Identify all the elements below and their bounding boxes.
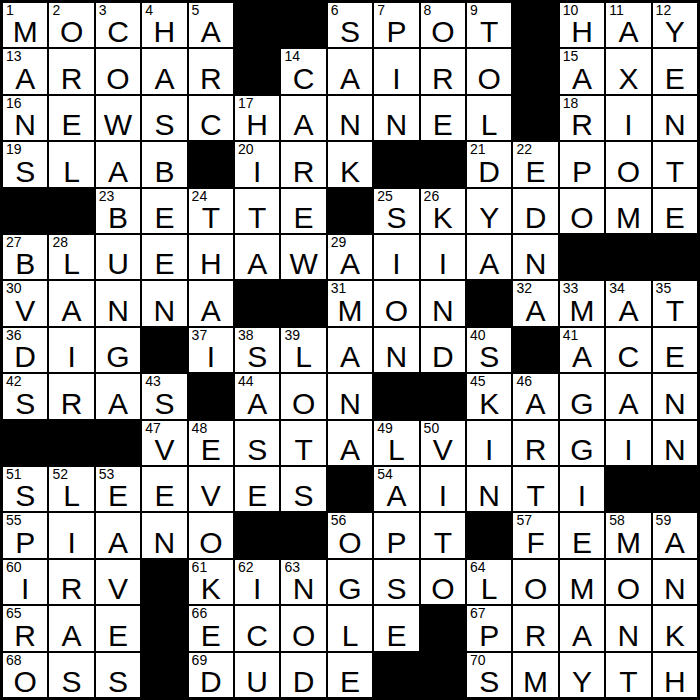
- letter-cell-r3c6[interactable]: 17H: [235, 96, 279, 140]
- letter-cell-r4c1[interactable]: 19S: [3, 142, 47, 186]
- letter-cell-r11c2[interactable]: 52L: [49, 467, 93, 511]
- cell-letter: T: [235, 203, 279, 233]
- block-cell-r7c7: [281, 281, 325, 325]
- cell-letter: A: [235, 389, 279, 419]
- block-cell-r9c5: [189, 374, 233, 418]
- cell-letter: O: [421, 574, 465, 604]
- letter-cell-r7c15[interactable]: 35T: [653, 281, 697, 325]
- letter-cell-r14c7[interactable]: O: [281, 606, 325, 650]
- cell-letter: L: [49, 157, 93, 187]
- clue-number: 7: [377, 3, 385, 18]
- letter-cell-r3c14[interactable]: I: [606, 96, 650, 140]
- letter-cell-r11c13[interactable]: I: [560, 467, 604, 511]
- letter-cell-r12c15[interactable]: 59A: [653, 513, 697, 557]
- letter-cell-r8c10[interactable]: D: [421, 328, 465, 372]
- letter-cell-r4c3[interactable]: A: [96, 142, 140, 186]
- cell-letter: O: [560, 203, 604, 233]
- letter-cell-r5c13[interactable]: O: [560, 189, 604, 233]
- letter-cell-r2c15[interactable]: E: [653, 49, 697, 93]
- cell-letter: N: [281, 574, 325, 604]
- letter-cell-r14c9[interactable]: E: [374, 606, 418, 650]
- cell-letter: A: [96, 528, 140, 558]
- letter-cell-r6c6[interactable]: A: [235, 235, 279, 279]
- letter-cell-r1c5[interactable]: 5A: [189, 3, 233, 47]
- letter-cell-r13c14[interactable]: O: [606, 560, 650, 604]
- letter-cell-r13c8[interactable]: G: [328, 560, 372, 604]
- letter-cell-r13c2[interactable]: R: [49, 560, 93, 604]
- letter-cell-r10c15[interactable]: N: [653, 421, 697, 465]
- cell-letter: M: [560, 296, 604, 326]
- cell-letter: D: [3, 342, 47, 372]
- letter-cell-r14c15[interactable]: K: [653, 606, 697, 650]
- cell-letter: S: [281, 481, 325, 511]
- cell-letter: L: [328, 621, 372, 651]
- cell-letter: S: [3, 481, 47, 511]
- letter-cell-r3c5[interactable]: C: [189, 96, 233, 140]
- letter-cell-r3c13[interactable]: 18R: [560, 96, 604, 140]
- letter-cell-r1c15[interactable]: 12Y: [653, 3, 697, 47]
- cell-letter: E: [96, 481, 140, 511]
- cell-letter: P: [374, 528, 418, 558]
- cell-letter: D: [189, 667, 233, 697]
- letter-cell-r11c11[interactable]: N: [467, 467, 511, 511]
- letter-cell-r6c2[interactable]: 28L: [49, 235, 93, 279]
- letter-cell-r15c1[interactable]: 68O: [3, 653, 47, 697]
- cell-letter: N: [374, 110, 418, 140]
- letter-cell-r7c14[interactable]: 34A: [606, 281, 650, 325]
- cell-letter: L: [281, 342, 325, 372]
- letter-cell-r3c1[interactable]: 16N: [3, 96, 47, 140]
- letter-cell-r4c6[interactable]: 20I: [235, 142, 279, 186]
- letter-cell-r1c1[interactable]: 1M: [3, 3, 47, 47]
- letter-cell-r14c11[interactable]: 67P: [467, 606, 511, 650]
- letter-cell-r9c12[interactable]: 46A: [513, 374, 557, 418]
- letter-cell-r8c1[interactable]: 36D: [3, 328, 47, 372]
- cell-letter: T: [513, 481, 557, 511]
- letter-cell-r8c3[interactable]: G: [96, 328, 140, 372]
- cell-letter: N: [653, 110, 697, 140]
- cell-letter: E: [374, 621, 418, 651]
- letter-cell-r9c13[interactable]: G: [560, 374, 604, 418]
- letter-cell-r2c10[interactable]: R: [421, 49, 465, 93]
- cell-letter: T: [467, 17, 511, 47]
- letter-cell-r13c5[interactable]: 61K: [189, 560, 233, 604]
- letter-cell-r6c8[interactable]: 29A: [328, 235, 372, 279]
- cell-letter: N: [513, 249, 557, 279]
- letter-cell-r10c9[interactable]: 49L: [374, 421, 418, 465]
- cell-letter: E: [653, 64, 697, 94]
- letter-cell-r12c8[interactable]: 56O: [328, 513, 372, 557]
- cell-letter: O: [49, 17, 93, 47]
- letter-cell-r14c1[interactable]: 65R: [3, 606, 47, 650]
- letter-cell-r5c12[interactable]: D: [513, 189, 557, 233]
- block-cell-r10c3: [96, 421, 140, 465]
- letter-cell-r1c9[interactable]: 7P: [374, 3, 418, 47]
- block-cell-r3c12: [513, 96, 557, 140]
- letter-cell-r11c6[interactable]: E: [235, 467, 279, 511]
- letter-cell-r14c8[interactable]: L: [328, 606, 372, 650]
- letter-cell-r2c5[interactable]: R: [189, 49, 233, 93]
- letter-cell-r11c12[interactable]: T: [513, 467, 557, 511]
- cell-letter: E: [96, 621, 140, 651]
- cell-letter: I: [235, 157, 279, 187]
- cell-letter: D: [421, 342, 465, 372]
- letter-cell-r8c8[interactable]: A: [328, 328, 372, 372]
- letter-cell-r10c6[interactable]: S: [235, 421, 279, 465]
- letter-cell-r7c9[interactable]: O: [374, 281, 418, 325]
- cell-letter: V: [189, 481, 233, 511]
- letter-cell-r7c12[interactable]: 32A: [513, 281, 557, 325]
- letter-cell-r2c7[interactable]: 14C: [281, 49, 325, 93]
- cell-letter: E: [189, 621, 233, 651]
- cell-letter: G: [560, 389, 604, 419]
- letter-cell-r3c10[interactable]: E: [421, 96, 465, 140]
- block-cell-r8c4: [142, 328, 186, 372]
- cell-letter: S: [96, 667, 140, 697]
- letter-cell-r5c10[interactable]: 26K: [421, 189, 465, 233]
- letter-cell-r12c9[interactable]: P: [374, 513, 418, 557]
- letter-cell-r2c1[interactable]: 13A: [3, 49, 47, 93]
- letter-cell-r9c6[interactable]: 44A: [235, 374, 279, 418]
- cell-letter: I: [189, 342, 233, 372]
- letter-cell-r4c11[interactable]: 21D: [467, 142, 511, 186]
- clue-number: 60: [6, 560, 22, 575]
- cell-letter: S: [467, 342, 511, 372]
- cell-letter: A: [235, 249, 279, 279]
- letter-cell-r15c5[interactable]: 69D: [189, 653, 233, 697]
- cell-letter: O: [281, 389, 325, 419]
- letter-cell-r14c3[interactable]: E: [96, 606, 140, 650]
- letter-cell-r3c8[interactable]: N: [328, 96, 372, 140]
- letter-cell-r1c13[interactable]: 10H: [560, 3, 604, 47]
- letter-cell-r1c8[interactable]: 6S: [328, 3, 372, 47]
- letter-cell-r7c4[interactable]: N: [142, 281, 186, 325]
- cell-letter: A: [49, 621, 93, 651]
- letter-cell-r11c1[interactable]: 51S: [3, 467, 47, 511]
- letter-cell-r5c6[interactable]: T: [235, 189, 279, 233]
- letter-cell-r9c3[interactable]: A: [96, 374, 140, 418]
- letter-cell-r4c15[interactable]: T: [653, 142, 697, 186]
- letter-cell-r1c3[interactable]: 3C: [96, 3, 140, 47]
- letter-cell-r9c2[interactable]: R: [49, 374, 93, 418]
- letter-cell-r11c7[interactable]: S: [281, 467, 325, 511]
- block-cell-r1c6: [235, 3, 279, 47]
- letter-cell-r13c6[interactable]: 62I: [235, 560, 279, 604]
- block-cell-r4c9: [374, 142, 418, 186]
- letter-cell-r14c13[interactable]: A: [560, 606, 604, 650]
- cell-letter: A: [606, 296, 650, 326]
- cell-letter: N: [653, 435, 697, 465]
- letter-cell-r14c2[interactable]: A: [49, 606, 93, 650]
- letter-cell-r4c4[interactable]: B: [142, 142, 186, 186]
- letter-cell-r5c15[interactable]: E: [653, 189, 697, 233]
- letter-cell-r5c14[interactable]: M: [606, 189, 650, 233]
- letter-cell-r2c8[interactable]: A: [328, 49, 372, 93]
- letter-cell-r9c1[interactable]: 42S: [3, 374, 47, 418]
- cell-letter: R: [3, 621, 47, 651]
- letter-cell-r9c14[interactable]: A: [606, 374, 650, 418]
- letter-cell-r8c9[interactable]: N: [374, 328, 418, 372]
- letter-cell-r14c5[interactable]: 66E: [189, 606, 233, 650]
- letter-cell-r6c11[interactable]: A: [467, 235, 511, 279]
- cell-letter: S: [3, 389, 47, 419]
- letter-cell-r15c14[interactable]: T: [606, 653, 650, 697]
- letter-cell-r11c3[interactable]: 53E: [96, 467, 140, 511]
- cell-letter: E: [142, 249, 186, 279]
- cell-letter: A: [328, 64, 372, 94]
- letter-cell-r15c8[interactable]: E: [328, 653, 372, 697]
- block-cell-r15c4: [142, 653, 186, 697]
- letter-cell-r4c12[interactable]: 22E: [513, 142, 557, 186]
- letter-cell-r2c9[interactable]: I: [374, 49, 418, 93]
- letter-cell-r8c2[interactable]: I: [49, 328, 93, 372]
- letter-cell-r14c14[interactable]: N: [606, 606, 650, 650]
- cell-letter: H: [142, 17, 186, 47]
- block-cell-r10c1: [3, 421, 47, 465]
- cell-letter: T: [281, 435, 325, 465]
- letter-cell-r15c12[interactable]: M: [513, 653, 557, 697]
- cell-letter: A: [142, 64, 186, 94]
- letter-cell-r6c12[interactable]: N: [513, 235, 557, 279]
- cell-letter: O: [606, 574, 650, 604]
- cell-letter: G: [560, 435, 604, 465]
- cell-letter: M: [513, 667, 557, 697]
- letter-cell-r10c5[interactable]: 48E: [189, 421, 233, 465]
- letter-cell-r13c7[interactable]: 63N: [281, 560, 325, 604]
- cell-letter: F: [513, 528, 557, 558]
- letter-cell-r2c2[interactable]: R: [49, 49, 93, 93]
- cell-letter: A: [3, 64, 47, 94]
- cell-letter: N: [653, 389, 697, 419]
- cell-letter: N: [606, 621, 650, 651]
- cell-letter: A: [328, 342, 372, 372]
- letter-cell-r10c10[interactable]: 50V: [421, 421, 465, 465]
- cell-letter: L: [467, 574, 511, 604]
- letter-cell-r13c3[interactable]: V: [96, 560, 140, 604]
- letter-cell-r12c4[interactable]: N: [142, 513, 186, 557]
- block-cell-r6c13: [560, 235, 604, 279]
- letter-cell-r7c2[interactable]: A: [49, 281, 93, 325]
- letter-cell-r11c10[interactable]: I: [421, 467, 465, 511]
- letter-cell-r1c4[interactable]: 4H: [142, 3, 186, 47]
- cell-letter: R: [49, 64, 93, 94]
- cell-letter: T: [189, 203, 233, 233]
- letter-cell-r4c14[interactable]: O: [606, 142, 650, 186]
- letter-cell-r9c8[interactable]: N: [328, 374, 372, 418]
- letter-cell-r13c10[interactable]: O: [421, 560, 465, 604]
- clue-number: 5: [192, 3, 200, 18]
- letter-cell-r7c5[interactable]: A: [189, 281, 233, 325]
- letter-cell-r7c10[interactable]: N: [421, 281, 465, 325]
- cell-letter: E: [281, 203, 325, 233]
- cell-letter: O: [96, 64, 140, 94]
- letter-cell-r3c3[interactable]: W: [96, 96, 140, 140]
- letter-cell-r15c3[interactable]: S: [96, 653, 140, 697]
- letter-cell-r7c1[interactable]: 30V: [3, 281, 47, 325]
- cell-letter: D: [281, 667, 325, 697]
- block-cell-r1c7: [281, 3, 325, 47]
- letter-cell-r5c11[interactable]: Y: [467, 189, 511, 233]
- letter-cell-r10c11[interactable]: I: [467, 421, 511, 465]
- cell-letter: E: [49, 110, 93, 140]
- letter-cell-r14c6[interactable]: C: [235, 606, 279, 650]
- letter-cell-r5c4[interactable]: E: [142, 189, 186, 233]
- cell-letter: S: [467, 667, 511, 697]
- letter-cell-r1c11[interactable]: 9T: [467, 3, 511, 47]
- block-cell-r11c8: [328, 467, 372, 511]
- letter-cell-r1c10[interactable]: 8O: [421, 3, 465, 47]
- cell-letter: G: [328, 574, 372, 604]
- block-cell-r7c11: [467, 281, 511, 325]
- cell-letter: A: [467, 249, 511, 279]
- letter-cell-r2c14[interactable]: X: [606, 49, 650, 93]
- letter-cell-r1c14[interactable]: 11A: [606, 3, 650, 47]
- block-cell-r6c14: [606, 235, 650, 279]
- letter-cell-r13c11[interactable]: 64L: [467, 560, 511, 604]
- letter-cell-r8c5[interactable]: 37I: [189, 328, 233, 372]
- letter-cell-r2c4[interactable]: A: [142, 49, 186, 93]
- letter-cell-r15c13[interactable]: Y: [560, 653, 604, 697]
- cell-letter: I: [49, 528, 93, 558]
- letter-cell-r5c9[interactable]: 25S: [374, 189, 418, 233]
- cell-letter: I: [560, 481, 604, 511]
- cell-letter: S: [142, 110, 186, 140]
- letter-cell-r12c12[interactable]: 57F: [513, 513, 557, 557]
- block-cell-r12c11: [467, 513, 511, 557]
- letter-cell-r10c12[interactable]: R: [513, 421, 557, 465]
- cell-letter: L: [49, 481, 93, 511]
- cell-letter: H: [235, 110, 279, 140]
- letter-cell-r8c6[interactable]: 38S: [235, 328, 279, 372]
- letter-cell-r14c12[interactable]: R: [513, 606, 557, 650]
- letter-cell-r6c4[interactable]: E: [142, 235, 186, 279]
- cell-letter: E: [142, 481, 186, 511]
- block-cell-r1c12: [513, 3, 557, 47]
- cell-letter: A: [328, 435, 372, 465]
- letter-cell-r4c2[interactable]: L: [49, 142, 93, 186]
- letter-cell-r6c3[interactable]: U: [96, 235, 140, 279]
- letter-cell-r7c8[interactable]: 31M: [328, 281, 372, 325]
- cell-letter: E: [653, 203, 697, 233]
- letter-cell-r8c11[interactable]: 40S: [467, 328, 511, 372]
- letter-cell-r6c1[interactable]: 27B: [3, 235, 47, 279]
- letter-cell-r6c10[interactable]: I: [421, 235, 465, 279]
- letter-cell-r5c3[interactable]: 23B: [96, 189, 140, 233]
- letter-cell-r3c15[interactable]: N: [653, 96, 697, 140]
- letter-cell-r7c13[interactable]: 33M: [560, 281, 604, 325]
- letter-cell-r9c4[interactable]: 43S: [142, 374, 186, 418]
- letter-cell-r3c7[interactable]: A: [281, 96, 325, 140]
- cell-letter: N: [3, 110, 47, 140]
- cell-letter: I: [467, 435, 511, 465]
- letter-cell-r10c8[interactable]: A: [328, 421, 372, 465]
- letter-cell-r9c7[interactable]: O: [281, 374, 325, 418]
- letter-cell-r12c10[interactable]: T: [421, 513, 465, 557]
- block-cell-r7c6: [235, 281, 279, 325]
- cell-letter: M: [3, 17, 47, 47]
- letter-cell-r3c2[interactable]: E: [49, 96, 93, 140]
- cell-letter: P: [374, 17, 418, 47]
- letter-cell-r4c8[interactable]: K: [328, 142, 372, 186]
- cell-letter: D: [513, 203, 557, 233]
- block-cell-r9c9: [374, 374, 418, 418]
- letter-cell-r9c15[interactable]: N: [653, 374, 697, 418]
- block-cell-r10c2: [49, 421, 93, 465]
- letter-cell-r6c5[interactable]: H: [189, 235, 233, 279]
- cell-letter: R: [281, 157, 325, 187]
- letter-cell-r12c3[interactable]: A: [96, 513, 140, 557]
- cell-letter: C: [96, 17, 140, 47]
- cell-letter: H: [560, 17, 604, 47]
- cell-letter: N: [328, 110, 372, 140]
- letter-cell-r11c5[interactable]: V: [189, 467, 233, 511]
- letter-cell-r12c1[interactable]: 55P: [3, 513, 47, 557]
- letter-cell-r10c7[interactable]: T: [281, 421, 325, 465]
- letter-cell-r4c7[interactable]: R: [281, 142, 325, 186]
- letter-cell-r5c7[interactable]: E: [281, 189, 325, 233]
- letter-cell-r13c1[interactable]: 60I: [3, 560, 47, 604]
- letter-cell-r3c4[interactable]: S: [142, 96, 186, 140]
- letter-cell-r8c13[interactable]: 41A: [560, 328, 604, 372]
- letter-cell-r10c14[interactable]: I: [606, 421, 650, 465]
- letter-cell-r6c9[interactable]: I: [374, 235, 418, 279]
- letter-cell-r3c9[interactable]: N: [374, 96, 418, 140]
- letter-cell-r8c14[interactable]: C: [606, 328, 650, 372]
- letter-cell-r3c11[interactable]: L: [467, 96, 511, 140]
- cell-letter: N: [421, 296, 465, 326]
- cell-letter: B: [96, 203, 140, 233]
- letter-cell-r2c3[interactable]: O: [96, 49, 140, 93]
- letter-cell-r13c12[interactable]: O: [513, 560, 557, 604]
- letter-cell-r8c15[interactable]: E: [653, 328, 697, 372]
- letter-cell-r5c5[interactable]: 24T: [189, 189, 233, 233]
- letter-cell-r4c13[interactable]: P: [560, 142, 604, 186]
- letter-cell-r11c4[interactable]: E: [142, 467, 186, 511]
- cell-letter: P: [560, 157, 604, 187]
- letter-cell-r6c7[interactable]: W: [281, 235, 325, 279]
- cell-letter: N: [653, 574, 697, 604]
- cell-letter: E: [513, 157, 557, 187]
- letter-cell-r8c7[interactable]: 39L: [281, 328, 325, 372]
- letter-cell-r15c15[interactable]: H: [653, 653, 697, 697]
- letter-cell-r9c11[interactable]: 45K: [467, 374, 511, 418]
- letter-cell-r1c2[interactable]: 2O: [49, 3, 93, 47]
- cell-letter: T: [653, 296, 697, 326]
- letter-cell-r2c13[interactable]: 15A: [560, 49, 604, 93]
- cell-letter: E: [142, 203, 186, 233]
- letter-cell-r10c4[interactable]: 47V: [142, 421, 186, 465]
- letter-cell-r7c3[interactable]: N: [96, 281, 140, 325]
- letter-cell-r10c13[interactable]: G: [560, 421, 604, 465]
- cell-letter: K: [421, 203, 465, 233]
- cell-letter: O: [328, 528, 372, 558]
- letter-cell-r12c2[interactable]: I: [49, 513, 93, 557]
- letter-cell-r12c5[interactable]: O: [189, 513, 233, 557]
- letter-cell-r15c2[interactable]: S: [49, 653, 93, 697]
- cell-letter: S: [374, 574, 418, 604]
- letter-cell-r15c6[interactable]: U: [235, 653, 279, 697]
- letter-cell-r15c7[interactable]: D: [281, 653, 325, 697]
- letter-cell-r13c9[interactable]: S: [374, 560, 418, 604]
- letter-cell-r12c14[interactable]: 58M: [606, 513, 650, 557]
- letter-cell-r2c11[interactable]: O: [467, 49, 511, 93]
- letter-cell-r13c15[interactable]: N: [653, 560, 697, 604]
- cell-letter: M: [606, 203, 650, 233]
- letter-cell-r15c11[interactable]: 70S: [467, 653, 511, 697]
- letter-cell-r11c9[interactable]: 54A: [374, 467, 418, 511]
- letter-cell-r13c13[interactable]: M: [560, 560, 604, 604]
- letter-cell-r12c13[interactable]: E: [560, 513, 604, 557]
